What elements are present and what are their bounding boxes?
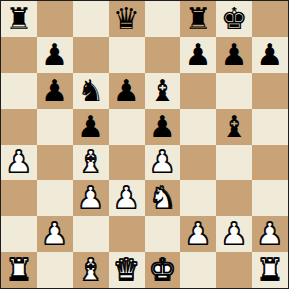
square-b1[interactable] — [37, 252, 73, 288]
square-g4[interactable] — [216, 145, 252, 181]
square-c2[interactable] — [73, 216, 109, 252]
black-bishop-piece[interactable]: ♝ — [149, 76, 176, 106]
white-pawn-piece[interactable]: ♟ — [41, 219, 68, 249]
square-h4[interactable] — [252, 145, 288, 181]
black-pawn-piece[interactable]: ♟ — [113, 76, 140, 106]
square-d4[interactable] — [109, 145, 145, 181]
square-h1[interactable]: ♜ — [252, 252, 288, 288]
white-bishop-piece[interactable]: ♝ — [77, 147, 104, 177]
square-b4[interactable] — [37, 145, 73, 181]
square-d8[interactable]: ♛ — [109, 1, 145, 37]
square-g6[interactable] — [216, 73, 252, 109]
white-knight-piece[interactable]: ♞ — [149, 183, 176, 213]
square-c3[interactable]: ♟ — [73, 180, 109, 216]
square-g5[interactable]: ♝ — [216, 109, 252, 145]
square-h3[interactable] — [252, 180, 288, 216]
black-rook-piece[interactable]: ♜ — [5, 4, 32, 34]
square-a6[interactable] — [1, 73, 37, 109]
square-h2[interactable]: ♟ — [252, 216, 288, 252]
square-d7[interactable] — [109, 37, 145, 73]
square-f4[interactable] — [180, 145, 216, 181]
square-h8[interactable] — [252, 1, 288, 37]
black-pawn-piece[interactable]: ♟ — [185, 40, 212, 70]
black-rook-piece[interactable]: ♜ — [185, 4, 212, 34]
black-king-piece[interactable]: ♚ — [221, 4, 248, 34]
square-g3[interactable] — [216, 180, 252, 216]
black-bishop-piece[interactable]: ♝ — [221, 112, 248, 142]
square-f8[interactable]: ♜ — [180, 1, 216, 37]
white-king-piece[interactable]: ♚ — [149, 255, 176, 285]
square-g7[interactable]: ♟ — [216, 37, 252, 73]
white-pawn-piece[interactable]: ♟ — [113, 183, 140, 213]
square-f6[interactable] — [180, 73, 216, 109]
square-f7[interactable]: ♟ — [180, 37, 216, 73]
square-f3[interactable] — [180, 180, 216, 216]
square-a4[interactable]: ♟ — [1, 145, 37, 181]
square-a3[interactable] — [1, 180, 37, 216]
square-b2[interactable]: ♟ — [37, 216, 73, 252]
white-queen-piece[interactable]: ♛ — [113, 255, 140, 285]
black-pawn-piece[interactable]: ♟ — [41, 40, 68, 70]
square-a7[interactable] — [1, 37, 37, 73]
square-c1[interactable]: ♝ — [73, 252, 109, 288]
square-e5[interactable]: ♟ — [145, 109, 181, 145]
square-e1[interactable]: ♚ — [145, 252, 181, 288]
black-pawn-piece[interactable]: ♟ — [257, 40, 284, 70]
chess-board: ♜♛♜♚♟♟♟♟♟♞♟♝♟♟♝♟♝♟♟♟♞♟♟♟♟♜♝♛♚♜ — [0, 0, 289, 289]
square-b5[interactable] — [37, 109, 73, 145]
square-h7[interactable]: ♟ — [252, 37, 288, 73]
black-knight-piece[interactable]: ♞ — [77, 76, 104, 106]
white-pawn-piece[interactable]: ♟ — [149, 147, 176, 177]
white-pawn-piece[interactable]: ♟ — [5, 147, 32, 177]
square-c5[interactable]: ♟ — [73, 109, 109, 145]
white-rook-piece[interactable]: ♜ — [257, 255, 284, 285]
white-pawn-piece[interactable]: ♟ — [257, 219, 284, 249]
square-d1[interactable]: ♛ — [109, 252, 145, 288]
white-pawn-piece[interactable]: ♟ — [185, 219, 212, 249]
black-pawn-piece[interactable]: ♟ — [77, 112, 104, 142]
square-b3[interactable] — [37, 180, 73, 216]
square-e6[interactable]: ♝ — [145, 73, 181, 109]
black-pawn-piece[interactable]: ♟ — [41, 76, 68, 106]
white-rook-piece[interactable]: ♜ — [5, 255, 32, 285]
black-queen-piece[interactable]: ♛ — [113, 4, 140, 34]
square-c8[interactable] — [73, 1, 109, 37]
square-b7[interactable]: ♟ — [37, 37, 73, 73]
square-d6[interactable]: ♟ — [109, 73, 145, 109]
square-c7[interactable] — [73, 37, 109, 73]
black-pawn-piece[interactable]: ♟ — [149, 112, 176, 142]
square-f2[interactable]: ♟ — [180, 216, 216, 252]
square-a8[interactable]: ♜ — [1, 1, 37, 37]
square-a5[interactable] — [1, 109, 37, 145]
white-bishop-piece[interactable]: ♝ — [77, 255, 104, 285]
square-d5[interactable] — [109, 109, 145, 145]
square-e3[interactable]: ♞ — [145, 180, 181, 216]
square-b8[interactable] — [37, 1, 73, 37]
square-e8[interactable] — [145, 1, 181, 37]
square-d3[interactable]: ♟ — [109, 180, 145, 216]
white-pawn-piece[interactable]: ♟ — [221, 219, 248, 249]
square-e4[interactable]: ♟ — [145, 145, 181, 181]
square-c6[interactable]: ♞ — [73, 73, 109, 109]
square-g1[interactable] — [216, 252, 252, 288]
square-h5[interactable] — [252, 109, 288, 145]
square-g2[interactable]: ♟ — [216, 216, 252, 252]
square-b6[interactable]: ♟ — [37, 73, 73, 109]
square-e7[interactable] — [145, 37, 181, 73]
square-a1[interactable]: ♜ — [1, 252, 37, 288]
square-f5[interactable] — [180, 109, 216, 145]
square-a2[interactable] — [1, 216, 37, 252]
white-pawn-piece[interactable]: ♟ — [77, 183, 104, 213]
square-d2[interactable] — [109, 216, 145, 252]
square-h6[interactable] — [252, 73, 288, 109]
square-f1[interactable] — [180, 252, 216, 288]
square-c4[interactable]: ♝ — [73, 145, 109, 181]
square-g8[interactable]: ♚ — [216, 1, 252, 37]
black-pawn-piece[interactable]: ♟ — [221, 40, 248, 70]
square-e2[interactable] — [145, 216, 181, 252]
